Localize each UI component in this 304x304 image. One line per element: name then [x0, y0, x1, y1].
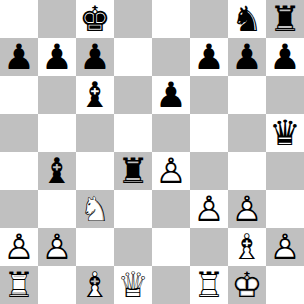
- black-rook: ♜: [266, 0, 304, 38]
- square-h7[interactable]: ♟: [266, 38, 304, 76]
- square-e7[interactable]: [152, 38, 190, 76]
- square-g5[interactable]: [228, 114, 266, 152]
- square-d2[interactable]: [114, 228, 152, 266]
- square-b5[interactable]: [38, 114, 76, 152]
- square-f6[interactable]: [190, 76, 228, 114]
- black-pawn: ♟: [38, 38, 76, 76]
- square-f2[interactable]: [190, 228, 228, 266]
- square-c1[interactable]: ♝♗: [76, 266, 114, 304]
- square-e6[interactable]: ♟: [152, 76, 190, 114]
- square-b3[interactable]: [38, 190, 76, 228]
- square-b1[interactable]: [38, 266, 76, 304]
- square-e1[interactable]: [152, 266, 190, 304]
- square-d6[interactable]: [114, 76, 152, 114]
- square-f3[interactable]: ♟♙: [190, 190, 228, 228]
- black-pawn: ♟: [266, 38, 304, 76]
- square-a6[interactable]: [0, 76, 38, 114]
- white-pawn: ♙: [0, 228, 38, 266]
- white-bishop: ♗: [228, 228, 266, 266]
- white-pawn: ♙: [38, 228, 76, 266]
- white-pawn: ♙: [190, 190, 228, 228]
- white-pawn: ♙: [228, 190, 266, 228]
- square-d7[interactable]: [114, 38, 152, 76]
- square-f1[interactable]: ♜♖: [190, 266, 228, 304]
- square-h2[interactable]: ♟♙: [266, 228, 304, 266]
- white-rook: ♖: [0, 266, 38, 304]
- square-g3[interactable]: ♟♙: [228, 190, 266, 228]
- white-bishop-body: ♝: [228, 228, 266, 266]
- white-pawn-body: ♟: [38, 228, 76, 266]
- square-c5[interactable]: [76, 114, 114, 152]
- square-f8[interactable]: [190, 0, 228, 38]
- square-g4[interactable]: [228, 152, 266, 190]
- square-a3[interactable]: [0, 190, 38, 228]
- square-g1[interactable]: ♚♔: [228, 266, 266, 304]
- white-queen: ♕: [114, 266, 152, 304]
- white-knight: ♘: [76, 190, 114, 228]
- square-d1[interactable]: ♛♕: [114, 266, 152, 304]
- white-knight-body: ♞: [76, 190, 114, 228]
- square-c4[interactable]: [76, 152, 114, 190]
- white-king: ♔: [228, 266, 266, 304]
- square-c6[interactable]: ♝: [76, 76, 114, 114]
- square-d8[interactable]: [114, 0, 152, 38]
- square-c3[interactable]: ♞♘: [76, 190, 114, 228]
- white-pawn-body: ♟: [266, 228, 304, 266]
- black-pawn: ♟: [0, 38, 38, 76]
- square-g8[interactable]: ♞: [228, 0, 266, 38]
- black-pawn: ♟: [152, 76, 190, 114]
- black-rook: ♜: [114, 152, 152, 190]
- black-bishop: ♝: [76, 76, 114, 114]
- black-pawn: ♟: [190, 38, 228, 76]
- square-f7[interactable]: ♟: [190, 38, 228, 76]
- square-f5[interactable]: [190, 114, 228, 152]
- square-e4[interactable]: ♟♙: [152, 152, 190, 190]
- square-g6[interactable]: [228, 76, 266, 114]
- square-h5[interactable]: ♛: [266, 114, 304, 152]
- square-g2[interactable]: ♝♗: [228, 228, 266, 266]
- chess-board: ♚♞♜♟♟♟♟♟♟♝♟♛♝♜♟♙♞♘♟♙♟♙♟♙♟♙♝♗♟♙♜♖♝♗♛♕♜♖♚♔: [0, 0, 304, 304]
- black-pawn: ♟: [76, 38, 114, 76]
- white-pawn: ♙: [152, 152, 190, 190]
- square-h3[interactable]: [266, 190, 304, 228]
- white-pawn: ♙: [266, 228, 304, 266]
- square-e8[interactable]: [152, 0, 190, 38]
- white-queen-body: ♛: [114, 266, 152, 304]
- square-b2[interactable]: ♟♙: [38, 228, 76, 266]
- square-f4[interactable]: [190, 152, 228, 190]
- square-c2[interactable]: [76, 228, 114, 266]
- square-c7[interactable]: ♟: [76, 38, 114, 76]
- square-a4[interactable]: [0, 152, 38, 190]
- white-rook-body: ♜: [190, 266, 228, 304]
- black-queen: ♛: [266, 114, 304, 152]
- square-h4[interactable]: [266, 152, 304, 190]
- white-pawn-body: ♟: [228, 190, 266, 228]
- square-a7[interactable]: ♟: [0, 38, 38, 76]
- square-e3[interactable]: [152, 190, 190, 228]
- square-a2[interactable]: ♟♙: [0, 228, 38, 266]
- square-b8[interactable]: [38, 0, 76, 38]
- square-g7[interactable]: ♟: [228, 38, 266, 76]
- black-bishop: ♝: [38, 152, 76, 190]
- white-pawn-body: ♟: [0, 228, 38, 266]
- square-b6[interactable]: [38, 76, 76, 114]
- square-a5[interactable]: [0, 114, 38, 152]
- square-e2[interactable]: [152, 228, 190, 266]
- black-king: ♚: [76, 0, 114, 38]
- white-rook-body: ♜: [0, 266, 38, 304]
- white-bishop-body: ♝: [76, 266, 114, 304]
- square-b7[interactable]: ♟: [38, 38, 76, 76]
- square-c8[interactable]: ♚: [76, 0, 114, 38]
- square-d4[interactable]: ♜: [114, 152, 152, 190]
- black-knight: ♞: [228, 0, 266, 38]
- square-e5[interactable]: [152, 114, 190, 152]
- white-rook: ♖: [190, 266, 228, 304]
- white-bishop: ♗: [76, 266, 114, 304]
- white-pawn-body: ♟: [152, 152, 190, 190]
- square-h1[interactable]: [266, 266, 304, 304]
- square-b4[interactable]: ♝: [38, 152, 76, 190]
- square-d3[interactable]: [114, 190, 152, 228]
- black-pawn: ♟: [228, 38, 266, 76]
- square-d5[interactable]: [114, 114, 152, 152]
- square-a8[interactable]: [0, 0, 38, 38]
- square-a1[interactable]: ♜♖: [0, 266, 38, 304]
- square-h6[interactable]: [266, 76, 304, 114]
- white-pawn-body: ♟: [190, 190, 228, 228]
- square-h8[interactable]: ♜: [266, 0, 304, 38]
- white-king-body: ♚: [228, 266, 266, 304]
